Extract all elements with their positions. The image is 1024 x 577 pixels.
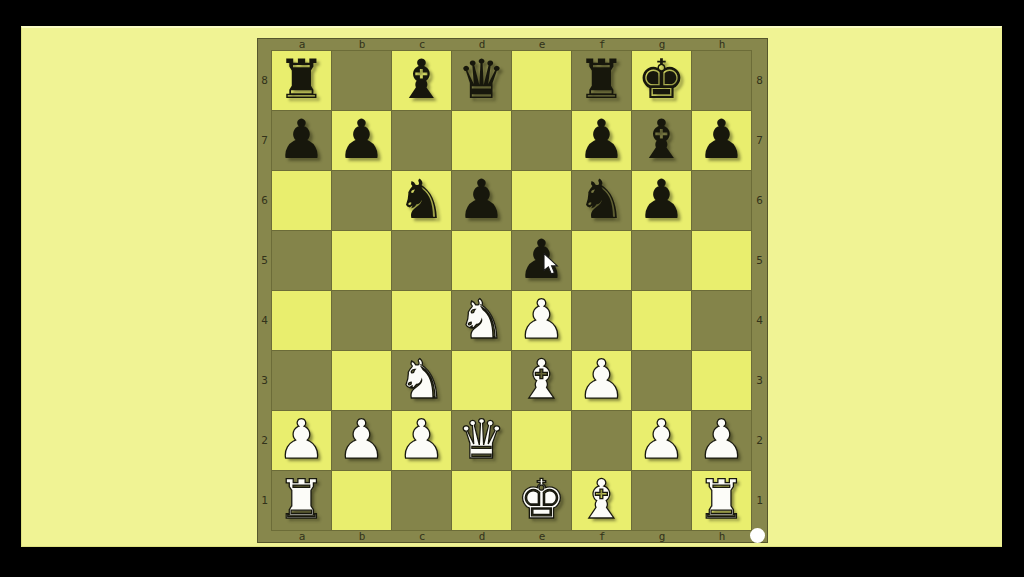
rank-label-7: 7 — [258, 110, 271, 170]
file-label-e: e — [512, 531, 572, 543]
rank-labels-left: 87654321 — [258, 50, 271, 531]
square-h3[interactable] — [692, 351, 751, 410]
rank-label-8: 8 — [752, 50, 767, 110]
square-h1[interactable]: ♜ — [692, 471, 751, 530]
rank-label-6: 6 — [752, 170, 767, 230]
piece-white-pawn: ♟ — [392, 411, 451, 470]
square-e6[interactable] — [512, 171, 571, 230]
piece-black-pawn: ♟ — [272, 111, 331, 170]
file-label-d: d — [452, 531, 512, 543]
square-b7[interactable]: ♟ — [332, 111, 391, 170]
square-c6[interactable]: ♞ — [392, 171, 451, 230]
square-c4[interactable] — [392, 291, 451, 350]
file-labels-bottom: abcdefgh — [272, 531, 767, 543]
piece-black-bishop: ♝ — [392, 51, 451, 110]
white-to-move-indicator — [750, 528, 765, 543]
rank-label-4: 4 — [258, 290, 271, 350]
file-label-f: f — [572, 531, 632, 543]
square-a8[interactable]: ♜ — [272, 51, 331, 110]
square-e3[interactable]: ♝ — [512, 351, 571, 410]
square-b1[interactable] — [332, 471, 391, 530]
file-label-b: b — [332, 531, 392, 543]
square-d5[interactable] — [452, 231, 511, 290]
square-b3[interactable] — [332, 351, 391, 410]
piece-black-pawn: ♟ — [632, 171, 691, 230]
rank-label-6: 6 — [258, 170, 271, 230]
rank-label-1: 1 — [258, 470, 271, 530]
square-h5[interactable] — [692, 231, 751, 290]
chess-board: abcdefgh 87654321 ♜♝♛♜♚♟♟♟♝♟♞♟♞♟♟♞♟♞♝♟♟♟… — [257, 38, 768, 543]
square-b5[interactable] — [332, 231, 391, 290]
square-h7[interactable]: ♟ — [692, 111, 751, 170]
square-b6[interactable] — [332, 171, 391, 230]
piece-white-knight: ♞ — [392, 351, 451, 410]
file-labels-top: abcdefgh — [272, 39, 767, 50]
rank-label-8: 8 — [258, 50, 271, 110]
rank-label-5: 5 — [258, 230, 271, 290]
square-e8[interactable] — [512, 51, 571, 110]
rank-label-5: 5 — [752, 230, 767, 290]
square-h4[interactable] — [692, 291, 751, 350]
piece-black-king: ♚ — [632, 51, 691, 110]
square-d6[interactable]: ♟ — [452, 171, 511, 230]
piece-black-rook: ♜ — [272, 51, 331, 110]
piece-black-pawn: ♟ — [572, 111, 631, 170]
piece-black-knight: ♞ — [392, 171, 451, 230]
piece-white-queen: ♛ — [452, 411, 511, 470]
square-e1[interactable]: ♚ — [512, 471, 571, 530]
square-d4[interactable]: ♞ — [452, 291, 511, 350]
square-a6[interactable] — [272, 171, 331, 230]
piece-black-bishop: ♝ — [632, 111, 691, 170]
square-d8[interactable]: ♛ — [452, 51, 511, 110]
square-g7[interactable]: ♝ — [632, 111, 691, 170]
square-a1[interactable]: ♜ — [272, 471, 331, 530]
file-label-e: e — [512, 39, 572, 50]
piece-black-queen: ♛ — [452, 51, 511, 110]
rank-label-3: 3 — [752, 350, 767, 410]
square-c2[interactable]: ♟ — [392, 411, 451, 470]
square-a4[interactable] — [272, 291, 331, 350]
square-a2[interactable]: ♟ — [272, 411, 331, 470]
square-h6[interactable] — [692, 171, 751, 230]
piece-white-bishop: ♝ — [572, 471, 631, 530]
rank-label-2: 2 — [752, 410, 767, 470]
piece-black-knight: ♞ — [572, 171, 631, 230]
rank-label-3: 3 — [258, 350, 271, 410]
square-g3[interactable] — [632, 351, 691, 410]
file-label-a: a — [272, 531, 332, 543]
square-b2[interactable]: ♟ — [332, 411, 391, 470]
square-d3[interactable] — [452, 351, 511, 410]
piece-white-pawn: ♟ — [572, 351, 631, 410]
square-f7[interactable]: ♟ — [572, 111, 631, 170]
square-g2[interactable]: ♟ — [632, 411, 691, 470]
piece-white-pawn: ♟ — [512, 291, 571, 350]
square-c5[interactable] — [392, 231, 451, 290]
square-d7[interactable] — [452, 111, 511, 170]
square-h2[interactable]: ♟ — [692, 411, 751, 470]
piece-white-rook: ♜ — [272, 471, 331, 530]
square-c3[interactable]: ♞ — [392, 351, 451, 410]
square-a7[interactable]: ♟ — [272, 111, 331, 170]
file-label-g: g — [632, 531, 692, 543]
rank-label-4: 4 — [752, 290, 767, 350]
piece-black-pawn: ♟ — [452, 171, 511, 230]
piece-white-knight: ♞ — [452, 291, 511, 350]
square-e5[interactable]: ♟ — [512, 231, 571, 290]
piece-white-king: ♚ — [512, 471, 571, 530]
square-h8[interactable] — [692, 51, 751, 110]
square-f6[interactable]: ♞ — [572, 171, 631, 230]
rank-label-1: 1 — [752, 470, 767, 530]
square-a3[interactable] — [272, 351, 331, 410]
piece-white-pawn: ♟ — [692, 411, 751, 470]
square-b4[interactable] — [332, 291, 391, 350]
video-frame: abcdefgh 87654321 ♜♝♛♜♚♟♟♟♝♟♞♟♞♟♟♞♟♞♝♟♟♟… — [0, 0, 1024, 577]
piece-black-pawn: ♟ — [332, 111, 391, 170]
square-g5[interactable] — [632, 231, 691, 290]
piece-black-pawn: ♟ — [512, 231, 571, 290]
square-e2[interactable] — [512, 411, 571, 470]
square-c7[interactable] — [392, 111, 451, 170]
square-c1[interactable] — [392, 471, 451, 530]
square-f8[interactable]: ♜ — [572, 51, 631, 110]
square-g4[interactable] — [632, 291, 691, 350]
file-label-h: h — [692, 39, 752, 50]
board-squares: ♜♝♛♜♚♟♟♟♝♟♞♟♞♟♟♞♟♞♝♟♟♟♟♛♟♟♜♚♝♜ — [271, 50, 752, 531]
rank-label-7: 7 — [752, 110, 767, 170]
piece-black-pawn: ♟ — [692, 111, 751, 170]
square-f1[interactable]: ♝ — [572, 471, 631, 530]
file-label-c: c — [392, 531, 452, 543]
square-f2[interactable] — [572, 411, 631, 470]
rank-label-2: 2 — [258, 410, 271, 470]
piece-white-rook: ♜ — [692, 471, 751, 530]
square-e7[interactable] — [512, 111, 571, 170]
piece-white-pawn: ♟ — [272, 411, 331, 470]
square-d2[interactable]: ♛ — [452, 411, 511, 470]
square-b8[interactable] — [332, 51, 391, 110]
rank-labels-right: 87654321 — [752, 50, 767, 531]
square-e4[interactable]: ♟ — [512, 291, 571, 350]
square-d1[interactable] — [452, 471, 511, 530]
piece-white-pawn: ♟ — [632, 411, 691, 470]
square-f3[interactable]: ♟ — [572, 351, 631, 410]
square-f5[interactable] — [572, 231, 631, 290]
square-f4[interactable] — [572, 291, 631, 350]
square-a5[interactable] — [272, 231, 331, 290]
square-c8[interactable]: ♝ — [392, 51, 451, 110]
square-g1[interactable] — [632, 471, 691, 530]
piece-white-pawn: ♟ — [332, 411, 391, 470]
file-label-h: h — [692, 531, 752, 543]
piece-white-bishop: ♝ — [512, 351, 571, 410]
file-label-b: b — [332, 39, 392, 50]
square-g8[interactable]: ♚ — [632, 51, 691, 110]
piece-black-rook: ♜ — [572, 51, 631, 110]
square-g6[interactable]: ♟ — [632, 171, 691, 230]
